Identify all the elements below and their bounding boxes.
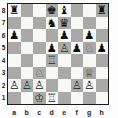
square-d7[interactable]: ♞ [46,17,59,30]
file-label-a: a [8,107,21,117]
piece-white-pawn: ♙ [34,79,44,92]
square-h2[interactable] [96,79,109,92]
square-f6[interactable] [71,29,84,42]
square-e2[interactable] [58,79,71,92]
rank-label-8: 8 [0,4,7,17]
square-d2[interactable] [46,79,59,92]
piece-black-rook: ♜ [9,4,19,17]
square-f4[interactable] [71,54,84,67]
rank-label-7: 7 [0,17,7,30]
square-g8[interactable] [83,4,96,17]
square-f7[interactable] [71,17,84,30]
square-a4[interactable] [8,54,21,67]
square-g3[interactable]: ♕ [83,67,96,80]
square-c6[interactable] [33,29,46,42]
rank-labels: 87654321 [0,4,7,104]
piece-black-pawn: ♟ [84,29,94,42]
square-a5[interactable] [8,42,21,55]
square-d6[interactable] [46,29,59,42]
square-b8[interactable] [21,4,34,17]
piece-black-knight: ♞ [47,17,57,30]
square-c2[interactable]: ♙ [33,79,46,92]
piece-white-pawn: ♙ [84,79,94,92]
square-c3[interactable]: ♘ [33,67,46,80]
piece-white-rook: ♖ [47,54,57,67]
square-c7[interactable] [33,17,46,30]
square-h6[interactable] [96,29,109,42]
square-e7[interactable]: ♛ [58,17,71,30]
file-label-d: d [46,107,59,117]
square-h3[interactable] [96,67,109,80]
piece-white-king: ♔ [34,92,44,105]
chess-diagram: 87654321 ♜♚♝♜♞♛♟♟♟♟♙♟♘♟♖♘♕♙♙♙♙♙♔♖ abcdef… [0,0,118,118]
square-h7[interactable] [96,17,109,30]
piece-black-pawn: ♟ [97,42,107,55]
rank-label-6: 6 [0,29,7,42]
square-f8[interactable] [71,4,84,17]
square-c5[interactable] [33,42,46,55]
piece-black-queen: ♛ [59,17,69,30]
square-a6[interactable]: ♟ [8,29,21,42]
piece-white-rook: ♖ [47,92,57,105]
square-a8[interactable]: ♜ [8,4,21,17]
rank-label-2: 2 [0,79,7,92]
file-label-e: e [58,107,71,117]
square-b3[interactable] [21,67,34,80]
piece-black-king: ♚ [47,4,57,17]
file-label-g: g [83,107,96,117]
square-h8[interactable]: ♜ [96,4,109,17]
square-d1[interactable]: ♖ [46,92,59,105]
square-g7[interactable] [83,17,96,30]
piece-black-bishop: ♝ [59,4,69,17]
square-f3[interactable] [71,67,84,80]
square-d5[interactable]: ♟ [46,42,59,55]
file-label-h: h [96,107,109,117]
square-c1[interactable]: ♔ [33,92,46,105]
piece-white-knight: ♘ [84,42,94,55]
piece-black-pawn: ♟ [47,42,57,55]
square-f2[interactable]: ♙ [71,79,84,92]
square-g5[interactable]: ♘ [83,42,96,55]
square-d4[interactable]: ♖ [46,54,59,67]
file-label-f: f [71,107,84,117]
square-f1[interactable] [71,92,84,105]
square-f5[interactable]: ♟ [71,42,84,55]
square-a2[interactable]: ♙ [8,79,21,92]
square-b2[interactable]: ♙ [21,79,34,92]
square-e1[interactable] [58,92,71,105]
piece-white-pawn: ♙ [22,79,32,92]
piece-black-pawn: ♟ [9,29,19,42]
square-g6[interactable]: ♟ [83,29,96,42]
square-a7[interactable] [8,17,21,30]
piece-black-pawn: ♟ [59,29,69,42]
piece-black-rook: ♜ [97,4,107,17]
square-e5[interactable]: ♙ [58,42,71,55]
square-c8[interactable] [33,4,46,17]
square-h1[interactable] [96,92,109,105]
piece-white-knight: ♘ [34,67,44,80]
piece-white-pawn: ♙ [72,79,82,92]
square-e4[interactable] [58,54,71,67]
rank-label-5: 5 [0,42,7,55]
square-a1[interactable] [8,92,21,105]
square-b6[interactable] [21,29,34,42]
rank-label-4: 4 [0,54,7,67]
square-g1[interactable] [83,92,96,105]
square-b4[interactable] [21,54,34,67]
square-b7[interactable] [21,17,34,30]
square-d3[interactable] [46,67,59,80]
square-a3[interactable] [8,67,21,80]
square-g4[interactable] [83,54,96,67]
rank-label-3: 3 [0,67,7,80]
piece-white-pawn: ♙ [59,42,69,55]
piece-black-pawn: ♟ [72,42,82,55]
rank-label-1: 1 [0,92,7,105]
square-e8[interactable]: ♝ [58,4,71,17]
square-d8[interactable]: ♚ [46,4,59,17]
file-label-c: c [33,107,46,117]
file-labels: abcdefgh [8,107,108,117]
piece-white-queen: ♕ [84,67,94,80]
square-b5[interactable] [21,42,34,55]
square-c4[interactable] [33,54,46,67]
square-h4[interactable] [96,54,109,67]
square-e3[interactable] [58,67,71,80]
chess-board: ♜♚♝♜♞♛♟♟♟♟♙♟♘♟♖♘♕♙♙♙♙♙♔♖ [7,3,109,105]
square-e6[interactable]: ♟ [58,29,71,42]
piece-white-pawn: ♙ [9,79,19,92]
square-b1[interactable] [21,92,34,105]
square-h5[interactable]: ♟ [96,42,109,55]
file-label-b: b [21,107,34,117]
square-g2[interactable]: ♙ [83,79,96,92]
